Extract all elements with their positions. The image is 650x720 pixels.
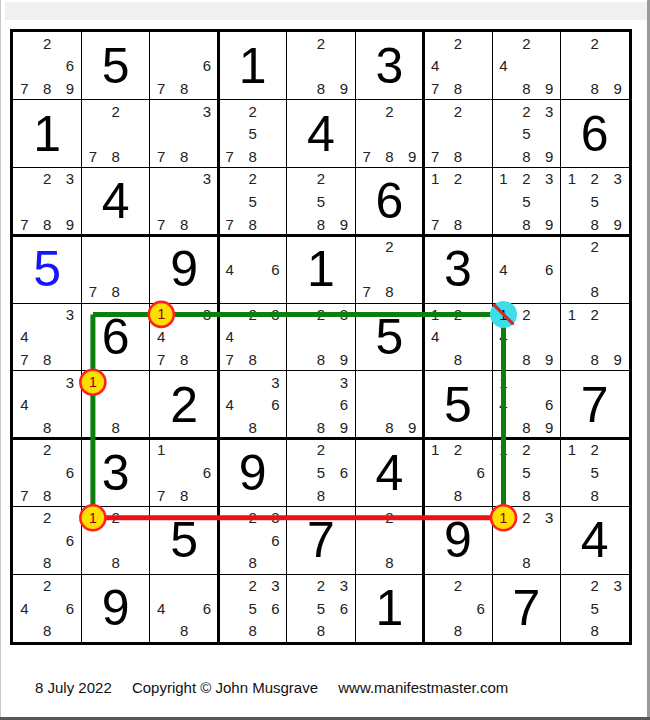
cell-r8c9: 4 [561,506,629,574]
candidate-slot-empty [127,393,150,416]
candidate-slot-empty [196,122,219,145]
candidate-slot-empty [538,190,561,213]
candidate-grid: 13478 [150,303,218,371]
solved-digit: 9 [444,515,472,565]
candidate-slot-empty [469,484,492,507]
cell-r8c6: 28 [355,506,423,574]
candidate-mark: 2 [36,32,59,55]
candidate-mark: 2 [515,100,538,123]
candidate-mark: 8 [583,619,606,642]
solved-digit: 3 [102,448,130,498]
candidate-slot-empty [538,32,561,55]
candidate-slot-empty [13,574,36,597]
candidate-grid: 2578 [218,100,286,168]
candidate-slot-empty [218,122,241,145]
candidate-grid: 1258 [492,439,560,507]
candidate-slot-empty [355,100,378,123]
candidate-mark: 2 [515,32,538,55]
candidate-grid: 46 [218,235,286,303]
candidate-slot-empty [401,281,424,304]
candidate-mark: 6 [332,461,355,484]
candidate-mark: 4 [492,258,515,281]
candidate-slot-empty [332,190,355,213]
candidate-slot-empty [36,393,59,416]
cell-r4c5: 1 [287,235,355,303]
candidate-slot-empty [515,529,538,552]
candidate-mark: 3 [196,303,219,326]
candidate-grid: 123589 [492,168,560,236]
cell-r6c1: 348 [13,371,81,439]
candidate-slot-empty [196,439,219,462]
cell-r4c7: 3 [424,235,492,303]
candidate-slot-empty [287,484,310,507]
candidate-slot-empty [13,168,36,191]
candidate-slot-empty [606,326,629,349]
candidate-mark: 2 [310,32,333,55]
candidate-slot-empty [492,552,515,575]
candidate-mark: 3 [264,303,287,326]
candidate-slot-empty [264,213,287,236]
candidate-slot-empty [218,529,241,552]
candidate-slot-empty [36,303,59,326]
candidate-slot-empty [127,235,150,258]
candidate-grid: 23568 [218,574,286,642]
candidate-mark: 8 [515,145,538,168]
candidate-mark: 6 [196,461,219,484]
footer: 8 July 2022 Copyright © John Musgrave ww… [35,679,508,696]
candidate-mark: 8 [446,484,469,507]
candidate-mark: 7 [150,77,173,100]
candidate-slot-empty [561,190,584,213]
candidate-slot-empty [287,371,310,394]
candidate-grid: 2568 [287,439,355,507]
candidate-mark: 2 [241,303,264,326]
candidate-slot-empty [36,597,59,620]
cell-r6c9: 7 [561,371,629,439]
candidate-slot-empty [196,484,219,507]
candidate-mark: 2 [241,574,264,597]
candidate-slot-empty [355,529,378,552]
candidate-slot-empty [81,552,104,575]
candidate-mark: 1 [492,168,515,191]
candidate-slot-empty [287,461,310,484]
candidate-slot-empty [492,190,515,213]
candidate-grid: 2678 [13,439,81,507]
candidate-grid: 2368 [218,506,286,574]
candidate-slot-empty [469,77,492,100]
cell-r9c5: 23568 [287,574,355,642]
candidate-slot-empty [241,529,264,552]
cell-r5c5: 2389 [287,303,355,371]
solved-digit: 5 [102,41,130,91]
candidate-mark: 2 [310,303,333,326]
cell-r5c7: 1248 [424,303,492,371]
candidate-mark: 7 [13,77,36,100]
candidate-slot-empty [287,619,310,642]
candidate-slot-empty [332,32,355,55]
candidate-mark: 8 [378,416,401,439]
candidate-slot-empty [538,281,561,304]
candidate-slot-empty [196,348,219,371]
candidate-slot-empty [469,326,492,349]
candidate-mark: 2 [583,32,606,55]
candidate-mark: 2 [310,168,333,191]
candidate-slot-empty [561,258,584,281]
cell-r2c2: 278 [81,100,149,168]
candidate-mark: 8 [173,484,196,507]
candidate-mark: 2 [36,574,59,597]
candidate-slot-empty [332,168,355,191]
candidate-mark: 7 [13,213,36,236]
cell-r5c9: 1289 [561,303,629,371]
candidate-mark: 3 [264,371,287,394]
candidate-slot-empty [378,371,401,394]
candidate-slot-empty [173,55,196,78]
candidate-mark: 2 [241,506,264,529]
candidate-slot-empty [218,619,241,642]
candidate-mark: 4 [492,55,515,78]
candidate-slot-empty [606,32,629,55]
candidate-mark: 8 [173,77,196,100]
candidate-slot-empty [196,213,219,236]
candidate-slot-empty [59,416,82,439]
candidate-slot-empty [401,393,424,416]
candidate-slot-empty [264,145,287,168]
candidate-slot-empty [606,484,629,507]
cell-r3c6: 6 [355,168,423,236]
candidate-slot-empty [287,190,310,213]
solved-digit: 2 [170,380,198,430]
candidate-slot-empty [59,326,82,349]
candidate-slot-empty [127,122,150,145]
cell-r6c4: 3468 [218,371,286,439]
candidate-mark: 8 [583,484,606,507]
candidate-slot-empty [583,55,606,78]
candidate-slot-empty [424,597,447,620]
cell-r8c5: 7 [287,506,355,574]
candidate-slot-empty [378,122,401,145]
candidate-mark: 4 [218,258,241,281]
candidate-slot-empty [196,190,219,213]
candidate-slot-empty [492,529,515,552]
candidate-mark: 8 [36,348,59,371]
candidate-slot-empty [401,371,424,394]
candidate-grid: 268 [13,506,81,574]
candidate-slot-empty [59,439,82,462]
candidate-mark: 2 [310,574,333,597]
candidate-slot-empty [196,32,219,55]
candidate-slot-empty [446,190,469,213]
candidate-mark: 2 [583,235,606,258]
candidate-mark: 2 [378,100,401,123]
candidate-grid: 14689 [492,371,560,439]
candidate-slot-empty [81,416,104,439]
candidate-slot-empty [196,145,219,168]
candidate-mark: 3 [606,574,629,597]
candidate-slot-empty [583,326,606,349]
candidate-mark: 3 [59,303,82,326]
cell-r2c1: 1 [13,100,81,168]
candidate-slot-empty [469,303,492,326]
candidate-slot-empty [218,303,241,326]
candidate-mark: 8 [446,77,469,100]
candidate-slot-empty [59,393,82,416]
candidate-mark: 6 [264,393,287,416]
candidate-mark: 6 [59,461,82,484]
candidate-slot-empty [310,55,333,78]
candidate-slot-empty [469,100,492,123]
candidate-mark: 6 [469,597,492,620]
candidate-slot-empty [492,348,515,371]
cell-r6c8: 14689 [492,371,560,439]
candidate-mark: 9 [59,213,82,236]
candidate-mark: 9 [538,145,561,168]
candidate-mark: 1 [492,506,515,529]
candidate-grid: 278 [81,100,149,168]
candidate-slot-empty [355,552,378,575]
candidate-slot-empty [150,574,173,597]
candidate-mark: 9 [606,348,629,371]
candidate-mark: 7 [218,213,241,236]
candidate-mark: 7 [13,484,36,507]
candidate-mark: 8 [173,145,196,168]
candidate-mark: 3 [332,574,355,597]
cell-r8c2: 128 [81,506,149,574]
candidate-mark: 8 [173,619,196,642]
candidate-slot-empty [401,506,424,529]
candidate-mark: 2 [515,439,538,462]
cell-r7c5: 2568 [287,439,355,507]
candidate-slot-empty [515,55,538,78]
cell-r3c8: 123589 [492,168,560,236]
candidate-slot-empty [287,303,310,326]
candidate-slot-empty [104,371,127,394]
cell-r3c5: 2589 [287,168,355,236]
cell-r9c7: 268 [424,574,492,642]
candidate-slot-empty [241,235,264,258]
candidate-slot-empty [492,281,515,304]
cell-r4c4: 46 [218,235,286,303]
candidate-mark: 8 [310,348,333,371]
candidate-slot-empty [81,393,104,416]
candidate-mark: 4 [13,326,36,349]
candidate-slot-empty [469,619,492,642]
window-top-strip [5,2,650,20]
candidate-slot-empty [538,529,561,552]
candidate-slot-empty [150,55,173,78]
candidate-slot-empty [287,574,310,597]
candidate-slot-empty [606,55,629,78]
cell-r7c7: 1268 [424,439,492,507]
candidate-mark: 6 [196,55,219,78]
solved-digit: 1 [239,41,267,91]
candidate-grid: 378 [150,168,218,236]
candidate-mark: 8 [241,213,264,236]
candidate-slot-empty [538,122,561,145]
solved-digit: 6 [581,109,609,159]
solved-digit: 3 [376,41,404,91]
cell-r6c5: 3689 [287,371,355,439]
window-border-left [0,0,1,720]
candidate-mark: 6 [264,258,287,281]
candidate-mark: 2 [515,506,538,529]
candidate-slot-empty [561,281,584,304]
candidate-slot-empty [196,77,219,100]
candidate-slot-empty [606,190,629,213]
candidate-mark: 3 [196,168,219,191]
candidate-mark: 9 [332,77,355,100]
cell-r9c3: 468 [150,574,218,642]
candidate-mark: 7 [424,213,447,236]
candidate-slot-empty [538,326,561,349]
candidate-slot-empty [287,326,310,349]
candidate-slot-empty [492,122,515,145]
candidate-mark: 7 [218,145,241,168]
candidate-slot-empty [401,122,424,145]
candidate-mark: 5 [241,122,264,145]
candidate-mark: 7 [81,145,104,168]
candidate-slot-empty [538,235,561,258]
candidate-mark: 5 [310,190,333,213]
candidate-mark: 2 [515,303,538,326]
candidate-slot-empty [287,55,310,78]
candidate-slot-empty [310,393,333,416]
candidate-slot-empty [127,145,150,168]
candidate-slot-empty [13,416,36,439]
candidate-slot-empty [127,281,150,304]
candidate-mark: 9 [606,213,629,236]
solved-digit: 5 [376,312,404,362]
candidate-slot-empty [218,168,241,191]
candidate-slot-empty [287,168,310,191]
candidate-slot-empty [104,529,127,552]
candidate-slot-empty [378,393,401,416]
candidate-slot-empty [355,393,378,416]
candidate-mark: 3 [606,168,629,191]
candidate-mark: 8 [515,77,538,100]
candidate-slot-empty [36,371,59,394]
candidate-slot-empty [150,461,173,484]
candidate-mark: 3 [332,371,355,394]
candidate-grid: 348 [13,371,81,439]
candidate-mark: 9 [332,416,355,439]
cell-r1c2: 5 [81,32,149,100]
solved-digit: 4 [376,448,404,498]
candidate-slot-empty [606,303,629,326]
candidate-mark: 5 [515,190,538,213]
candidate-mark: 4 [13,393,36,416]
cell-r3c7: 1278 [424,168,492,236]
candidate-slot-empty [81,122,104,145]
cell-r5c4: 23478 [218,303,286,371]
candidate-mark: 1 [492,303,515,326]
candidate-slot-empty [424,484,447,507]
cell-r8c3: 5 [150,506,218,574]
candidate-slot-empty [127,552,150,575]
candidate-slot-empty [173,122,196,145]
candidate-mark: 1 [561,303,584,326]
candidate-mark: 5 [515,122,538,145]
candidate-mark: 3 [59,371,82,394]
candidate-mark: 8 [36,77,59,100]
candidate-grid: 378 [150,100,218,168]
cell-r3c2: 4 [81,168,149,236]
candidate-mark: 8 [241,552,264,575]
cell-r8c1: 268 [13,506,81,574]
candidate-mark: 6 [332,597,355,620]
footer-date: 8 July 2022 [35,679,112,696]
candidate-slot-empty [127,529,150,552]
candidate-slot-empty [150,100,173,123]
candidate-slot-empty [196,574,219,597]
candidate-grid: 1278 [424,168,492,236]
candidate-mark: 7 [150,484,173,507]
candidate-grid: 1289 [561,303,629,371]
candidate-slot-empty [241,393,264,416]
solved-digit: 1 [376,583,404,633]
candidate-mark: 1 [81,506,104,529]
candidate-mark: 6 [264,529,287,552]
cell-r4c6: 278 [355,235,423,303]
candidate-slot-empty [401,258,424,281]
cell-r8c4: 2368 [218,506,286,574]
candidate-slot-empty [424,574,447,597]
candidate-mark: 8 [104,416,127,439]
candidate-mark: 8 [310,484,333,507]
candidate-mark: 3 [264,574,287,597]
candidate-slot-empty [218,281,241,304]
candidate-slot-empty [561,619,584,642]
candidate-slot-empty [401,552,424,575]
candidate-mark: 8 [446,145,469,168]
candidate-slot-empty [515,326,538,349]
candidate-mark: 7 [424,145,447,168]
candidate-slot-empty [264,168,287,191]
candidate-mark: 8 [241,619,264,642]
candidate-slot-empty [355,371,378,394]
candidate-grid: 1248 [424,303,492,371]
candidate-mark: 3 [196,100,219,123]
candidate-grid: 2578 [218,168,286,236]
cell-r9c1: 2468 [13,574,81,642]
cell-r9c8: 7 [492,574,560,642]
candidate-slot-empty [561,32,584,55]
candidate-mark: 3 [538,168,561,191]
candidate-slot-empty [218,235,241,258]
candidate-mark: 8 [515,213,538,236]
candidate-slot-empty [561,326,584,349]
candidate-slot-empty [104,258,127,281]
cell-r1c4: 1 [218,32,286,100]
candidate-slot-empty [538,55,561,78]
cell-r3c4: 2578 [218,168,286,236]
candidate-mark: 2 [36,506,59,529]
candidate-slot-empty [515,281,538,304]
candidate-mark: 2 [446,439,469,462]
candidate-mark: 2 [241,168,264,191]
candidate-slot-empty [13,303,36,326]
cell-r6c2: 18 [81,371,149,439]
candidate-mark: 8 [515,552,538,575]
cell-r4c3: 9 [150,235,218,303]
cell-r1c6: 3 [355,32,423,100]
cell-r4c9: 28 [561,235,629,303]
candidate-slot-empty [127,100,150,123]
candidate-slot-empty [606,258,629,281]
candidate-mark: 8 [36,416,59,439]
candidate-grid: 2358 [561,574,629,642]
candidate-slot-empty [81,100,104,123]
